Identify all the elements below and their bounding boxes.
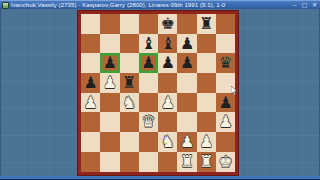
square-f7[interactable]: ♟ <box>177 34 196 54</box>
square-c1[interactable] <box>120 152 139 172</box>
square-c2[interactable] <box>120 132 139 152</box>
square-g7[interactable] <box>197 34 216 54</box>
square-h7[interactable] <box>216 34 235 54</box>
square-d8[interactable] <box>139 14 158 34</box>
piece-black-pawn[interactable]: ♟ <box>180 55 194 71</box>
square-h6[interactable]: ♛ <box>216 53 235 73</box>
square-e2[interactable]: ♞ <box>158 132 177 152</box>
window-bottom-edge <box>0 176 320 180</box>
square-g8[interactable]: ♜ <box>197 14 216 34</box>
minimize-button[interactable]: – <box>291 2 298 9</box>
square-a4[interactable]: ♟ <box>81 93 100 113</box>
piece-black-pawn[interactable]: ♟ <box>180 36 194 52</box>
square-a3[interactable] <box>81 112 100 132</box>
square-g4[interactable] <box>197 93 216 113</box>
square-e6[interactable]: ♟ <box>158 53 177 73</box>
square-d7[interactable]: ♝ <box>139 34 158 54</box>
piece-black-rook[interactable]: ♜ <box>199 16 213 32</box>
square-b2[interactable] <box>100 132 119 152</box>
close-button[interactable]: ✕ <box>311 2 318 9</box>
square-a1[interactable] <box>81 152 100 172</box>
square-h2[interactable] <box>216 132 235 152</box>
square-b4[interactable] <box>100 93 119 113</box>
piece-white-rook[interactable]: ♜ <box>180 154 194 170</box>
app-icon <box>2 2 9 9</box>
square-g1[interactable]: ♜ <box>197 152 216 172</box>
square-f5[interactable] <box>177 73 196 93</box>
square-h4[interactable]: ♟ <box>216 93 235 113</box>
square-a5[interactable]: ♟ <box>81 73 100 93</box>
square-d3[interactable]: ♛ <box>139 112 158 132</box>
square-b7[interactable] <box>100 34 119 54</box>
piece-white-pawn[interactable]: ♟ <box>219 114 233 130</box>
square-g5[interactable] <box>197 73 216 93</box>
square-g2[interactable]: ♟ <box>197 132 216 152</box>
piece-black-pawn[interactable]: ♟ <box>141 55 155 71</box>
window-controls: – ▢ ✕ <box>291 2 318 9</box>
piece-white-rook[interactable]: ♜ <box>199 154 213 170</box>
piece-white-pawn[interactable]: ♟ <box>83 95 97 111</box>
piece-black-bishop[interactable]: ♝ <box>161 36 175 52</box>
piece-white-knight[interactable]: ♞ <box>122 95 136 111</box>
square-c6[interactable] <box>120 53 139 73</box>
square-f8[interactable] <box>177 14 196 34</box>
square-d6[interactable]: ♟ <box>139 53 158 73</box>
piece-black-bishop[interactable]: ♝ <box>141 36 155 52</box>
square-e8[interactable]: ♚ <box>158 14 177 34</box>
window-title: Ivanchuk,Vassily (2735) - Kasparov,Garry… <box>11 1 288 9</box>
square-g6[interactable] <box>197 53 216 73</box>
square-f1[interactable]: ♜ <box>177 152 196 172</box>
piece-black-pawn[interactable]: ♟ <box>161 55 175 71</box>
piece-white-queen[interactable]: ♛ <box>141 114 155 130</box>
square-e3[interactable] <box>158 112 177 132</box>
piece-white-pawn[interactable]: ♟ <box>103 75 117 91</box>
square-e7[interactable]: ♝ <box>158 34 177 54</box>
square-c4[interactable]: ♞ <box>120 93 139 113</box>
square-a2[interactable] <box>81 132 100 152</box>
mouse-cursor <box>231 86 238 95</box>
square-b6[interactable]: ♟ <box>100 53 119 73</box>
square-e1[interactable] <box>158 152 177 172</box>
piece-black-king[interactable]: ♚ <box>161 16 175 32</box>
piece-black-rook[interactable]: ♜ <box>122 75 136 91</box>
square-b5[interactable]: ♟ <box>100 73 119 93</box>
square-c7[interactable] <box>120 34 139 54</box>
square-b3[interactable] <box>100 112 119 132</box>
square-b8[interactable] <box>100 14 119 34</box>
square-f6[interactable]: ♟ <box>177 53 196 73</box>
piece-white-pawn[interactable]: ♟ <box>180 134 194 150</box>
chess-board: ♚♜♝♝♟♟♟♟♟♛♟♟♜♟♞♟♟♛♟♞♟♟♜♜♚ <box>81 14 235 172</box>
square-h1[interactable]: ♚ <box>216 152 235 172</box>
piece-black-queen[interactable]: ♛ <box>219 55 233 71</box>
chess-board-frame: ♚♜♝♝♟♟♟♟♟♛♟♟♜♟♞♟♟♛♟♞♟♟♜♜♚ <box>78 11 238 175</box>
square-e4[interactable]: ♟ <box>158 93 177 113</box>
square-d2[interactable] <box>139 132 158 152</box>
square-b1[interactable] <box>100 152 119 172</box>
square-a8[interactable] <box>81 14 100 34</box>
piece-black-pawn[interactable]: ♟ <box>83 75 97 91</box>
piece-black-pawn[interactable]: ♟ <box>103 55 117 71</box>
square-d4[interactable] <box>139 93 158 113</box>
square-f4[interactable] <box>177 93 196 113</box>
piece-white-pawn[interactable]: ♟ <box>199 134 213 150</box>
square-f2[interactable]: ♟ <box>177 132 196 152</box>
square-f3[interactable] <box>177 112 196 132</box>
application-window: Ivanchuk,Vassily (2735) - Kasparov,Garry… <box>0 0 320 180</box>
maximize-button[interactable]: ▢ <box>301 2 308 9</box>
square-d1[interactable] <box>139 152 158 172</box>
piece-white-pawn[interactable]: ♟ <box>161 95 175 111</box>
piece-white-king[interactable]: ♚ <box>219 154 233 170</box>
square-d5[interactable] <box>139 73 158 93</box>
square-c5[interactable]: ♜ <box>120 73 139 93</box>
square-c3[interactable] <box>120 112 139 132</box>
square-h8[interactable] <box>216 14 235 34</box>
square-e5[interactable] <box>158 73 177 93</box>
square-c8[interactable] <box>120 14 139 34</box>
square-a6[interactable] <box>81 53 100 73</box>
square-h3[interactable]: ♟ <box>216 112 235 132</box>
piece-black-pawn[interactable]: ♟ <box>219 95 233 111</box>
piece-white-knight[interactable]: ♞ <box>161 134 175 150</box>
square-a7[interactable] <box>81 34 100 54</box>
square-g3[interactable] <box>197 112 216 132</box>
title-bar[interactable]: Ivanchuk,Vassily (2735) - Kasparov,Garry… <box>0 0 320 9</box>
